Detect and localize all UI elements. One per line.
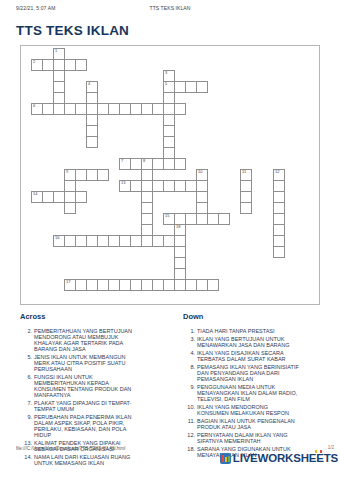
clue-item: 12. PERNYATAAN DALAM IKLAN YANG SIFATNYA… [183, 432, 340, 444]
clue-text: PLAKAT YANG DIPAJANG DI TEMPAT-TEMPAT UM… [34, 400, 136, 412]
clue-number: 6. [20, 374, 32, 398]
crossword-cell[interactable] [218, 213, 230, 225]
crossword-cell[interactable] [97, 169, 109, 181]
clue-number: 9. [20, 414, 32, 438]
clue-number-label: 4 [88, 82, 90, 86]
liveworksheets-logo-text: LIVEWORKSHEETS [233, 452, 338, 464]
clue-item: 6. FUNGSI IKLAN UNTUK MEMBERITAHUKAN KEP… [20, 374, 180, 398]
clue-number: 12. [183, 432, 195, 444]
crossword-cell[interactable] [207, 279, 219, 291]
clue-number-label: 12 [275, 170, 279, 174]
clue-item: 10. IKLAN YANG MENDORONG KONSUMEN MELAKU… [183, 404, 340, 416]
clue-number: 1. [183, 328, 195, 334]
clue-text: PENGGUNAAN MEDIA UNTUK MENAYANGKAN IKLAN… [197, 384, 299, 402]
clue-number-label: 2 [33, 60, 35, 64]
clue-text: IKLAN YANG MENDORONG KONSUMEN MELAKUKAN … [197, 404, 299, 416]
across-heading: Across [20, 312, 180, 321]
clue-number: 2. [20, 328, 32, 352]
clue-number-label: 17 [66, 280, 70, 284]
clue-text: BAGIAN IKLAN UNTUK PENGENALAN PRODUK ATA… [197, 418, 299, 430]
logo-accent-tile [315, 450, 318, 453]
clue-number-label: 6 [33, 104, 35, 108]
clue-number-label: 16 [55, 236, 59, 240]
liveworksheets-logo-icon [220, 453, 231, 464]
clue-number-label: 3 [165, 71, 167, 75]
crossword-cell[interactable] [75, 191, 87, 203]
clue-number-label: 14 [33, 192, 37, 196]
clue-number: 8. [183, 364, 195, 382]
clue-item: 8. PEMASANG IKLAN YANG BERINISIATIF DAN … [183, 364, 340, 382]
page-title: TTS TEKS IKLAN [16, 23, 129, 38]
printed-worksheet-page: { "meta": { "datetime": "9/22/21, 5:07 A… [0, 0, 340, 480]
clue-number: 18. [183, 446, 195, 458]
liveworksheets-logo: LIVEWORKSHEETS [220, 452, 338, 464]
clue-text: PERNYATAAN DALAM IKLAN YANG SIFATNYA MEM… [197, 432, 299, 444]
logo-accent-tile [320, 450, 323, 453]
clue-number-label: 1 [55, 49, 57, 53]
clue-item: 3. IKLAN YANG BERTUJUAN UNTUK MENAWARKAN… [183, 336, 340, 348]
down-clues-section: Down 1. TIADA HARI TANPA PRESTASI 3. IKL… [183, 312, 340, 460]
crossword-board: 123456789101112131415181617 [20, 45, 320, 305]
clue-text: NAMA LAIN DARI KELUASAN RUANG UNTUK MEMA… [34, 454, 136, 466]
crossword-cell[interactable] [196, 81, 208, 93]
clue-text: TIADA HARI TANPA PRESTASI [197, 328, 299, 334]
clue-number-label: 9 [66, 170, 68, 174]
clue-text: IKLAN YANG BERTUJUAN UNTUK MENAWARKAN JA… [197, 336, 299, 348]
clue-number-label: 5 [165, 82, 167, 86]
clue-number: 14. [20, 454, 32, 466]
clue-item: 5. JENIS IKLAN UNTUK MEMBANGUN MERK ATAU… [20, 354, 180, 372]
clue-item: 1. TIADA HARI TANPA PRESTASI [183, 328, 340, 334]
crossword-cell[interactable] [174, 158, 186, 170]
clue-number-label: 8 [143, 159, 145, 163]
crossword-cell[interactable] [75, 59, 87, 71]
clue-text: JENIS IKLAN UNTUK MEMBANGUN MERK ATAU CI… [34, 354, 136, 372]
clue-number: 7. [20, 400, 32, 412]
clue-text: PEMASANG IKLAN YANG BERINISIATIF DAN PEN… [197, 364, 299, 382]
clue-item: 4. IKLAN YANG DISAJIKAN SECARA TERBATAS … [183, 350, 340, 362]
print-header-doc-title: TTS TEKS IKLAN [149, 5, 190, 11]
clue-item: 9. PENGGUNAAN MEDIA UNTUK MENAYANGKAN IK… [183, 384, 340, 402]
clue-number-label: 7 [121, 159, 123, 163]
clue-number: 11. [183, 418, 195, 430]
clue-number-label: 10 [198, 170, 202, 174]
clue-item: 2. PEMBERITAHUAN YANG BERTUJUAN MENDORON… [20, 328, 180, 352]
crossword-cell[interactable] [174, 103, 186, 115]
clue-item: 11. BAGIAN IKLAN UNTUK PENGENALAN PRODUK… [183, 418, 340, 430]
clue-number: 3. [183, 336, 195, 348]
clue-text: PEMBERITAHUAN YANG BERTUJUAN MENDORONG A… [34, 328, 136, 352]
clue-item: 7. PLAKAT YANG DIPAJANG DI TEMPAT-TEMPAT… [20, 400, 180, 412]
clue-number: 10. [183, 404, 195, 416]
print-footer-url: file:///C:/Users/User/Downloads/TTS TEKS… [16, 446, 125, 451]
clue-item: 14. NAMA LAIN DARI KELUASAN RUANG UNTUK … [20, 454, 180, 466]
crossword-cell[interactable] [86, 136, 98, 148]
clue-number-label: 11 [242, 170, 246, 174]
down-clue-list: 1. TIADA HARI TANPA PRESTASI 3. IKLAN YA… [183, 328, 340, 458]
crossword-cell[interactable] [273, 246, 285, 258]
clue-text: FUNGSI IKLAN UNTUK MEMBERITAHUKAN KEPADA… [34, 374, 136, 398]
clue-item: 9. PERUBAHAN PADA PENERIMA IKLAN DALAM A… [20, 414, 180, 438]
clue-number-label: 15 [165, 214, 169, 218]
clue-number: 9. [183, 384, 195, 402]
crossword-cell[interactable] [64, 202, 76, 214]
clue-number-label: 13 [121, 181, 125, 185]
clue-number-label: 18 [176, 225, 180, 229]
clue-number: 5. [20, 354, 32, 372]
clue-number: 4. [183, 350, 195, 362]
page-number-indicator: 1/2 [328, 445, 334, 450]
across-clues-section: Across 2. PEMBERITAHUAN YANG BERTUJUAN M… [20, 312, 180, 468]
clue-text: PERUBAHAN PADA PENERIMA IKLAN DALAM ASPE… [34, 414, 136, 438]
down-heading: Down [183, 312, 340, 321]
crossword-cell[interactable] [240, 202, 252, 214]
print-header-datetime: 9/22/21, 5:07 AM [16, 5, 55, 11]
clue-text: IKLAN YANG DISAJIKAN SECARA TERBATAS DAL… [197, 350, 299, 362]
